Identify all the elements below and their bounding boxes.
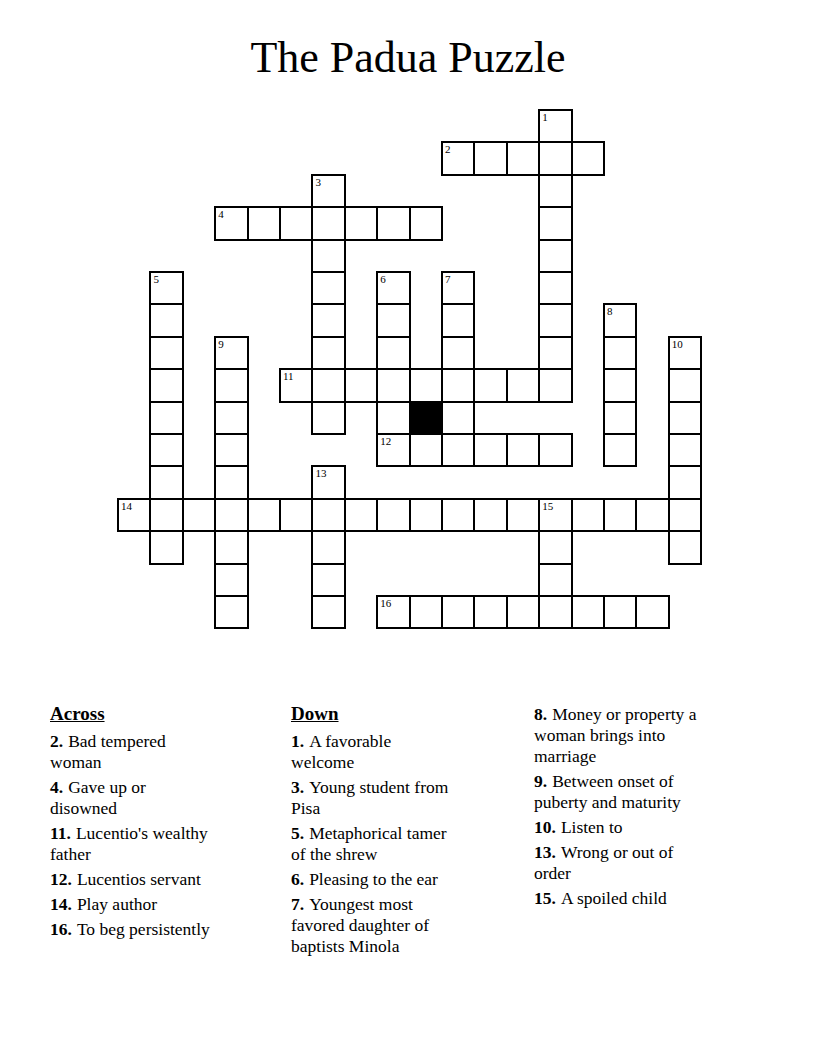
grid-cell-r6c15[interactable]: 8 [603,303,637,337]
grid-cell-r12c11[interactable] [473,498,507,532]
grid-cell-r8c3[interactable] [214,368,248,402]
grid-cell-r1c13[interactable] [538,141,572,175]
grid-cell-r8c5[interactable]: 11 [279,368,313,402]
clue-7-down: 7.Youngest most favored daughter of bapt… [291,894,523,957]
grid-cell-r12c9[interactable] [409,498,443,532]
grid-cell-r5c10[interactable]: 7 [441,271,475,305]
clue-6-down: 6.Pleasing to the ear [291,869,523,890]
down-clues-column-1: Down 1.A favorable welcome3.Young studen… [291,702,523,961]
clue-text: Money or property a woman brings into ma… [534,704,696,766]
clue-number: 1. [291,731,304,751]
clue-number: 14. [50,894,72,914]
grid-cell-r10c8[interactable]: 12 [376,433,410,467]
grid-cell-r3c3[interactable]: 4 [214,206,248,240]
grid-cell-r3c5[interactable] [279,206,313,240]
grid-cell-r8c15[interactable] [603,368,637,402]
clue-13-down: 13.Wrong or out of order [534,842,772,884]
grid-cell-r15c9[interactable] [409,595,443,629]
grid-cell-r7c15[interactable] [603,336,637,370]
clue-16-across: 16.To beg persistently [50,919,278,940]
grid-cell-r5c1[interactable]: 5 [149,271,183,305]
clue-number: 5. [291,823,304,843]
grid-cell-r10c17[interactable] [668,433,702,467]
clue-text: Lucentio's wealthy father [50,823,208,864]
clue-number: 4. [50,777,63,797]
grid-cell-r8c12[interactable] [506,368,540,402]
grid-cell-r8c1[interactable] [149,368,183,402]
grid-cell-r12c5[interactable] [279,498,313,532]
grid-cell-r15c12[interactable] [506,595,540,629]
clue-text: Between onset of puberty and maturity [534,771,681,812]
grid-cell-r7c3[interactable]: 9 [214,336,248,370]
grid-cell-r11c3[interactable] [214,465,248,499]
grid-cell-r9c17[interactable] [668,401,702,435]
grid-cell-r1c10[interactable]: 2 [441,141,475,175]
grid-cell-r3c8[interactable] [376,206,410,240]
grid-cell-r7c6[interactable] [311,336,345,370]
grid-cell-r5c6[interactable] [311,271,345,305]
grid-cell-r14c6[interactable] [311,563,345,597]
grid-cell-r9c6[interactable] [311,401,345,435]
cell-number: 10 [672,338,683,351]
clue-text: Youngest most favored daughter of baptis… [291,894,429,956]
grid-cell-r3c13[interactable] [538,206,572,240]
grid-cell-r10c9[interactable] [409,433,443,467]
grid-cell-r6c6[interactable] [311,303,345,337]
grid-cell-r3c4[interactable] [247,206,281,240]
grid-cell-r7c8[interactable] [376,336,410,370]
grid-cell-r15c3[interactable] [214,595,248,629]
clue-12-across: 12.Lucentios servant [50,869,278,890]
grid-cell-r0c13[interactable]: 1 [538,109,572,143]
cell-number: 6 [380,273,386,286]
clue-1-down: 1.A favorable welcome [291,731,523,773]
grid-cell-r8c11[interactable] [473,368,507,402]
grid-cell-r15c10[interactable] [441,595,475,629]
clue-text: Lucentios servant [77,869,201,889]
grid-cell-r2c6[interactable]: 3 [311,174,345,208]
clue-number: 7. [291,894,304,914]
cell-number: 13 [315,467,326,480]
grid-cell-r13c3[interactable] [214,530,248,564]
clue-number: 3. [291,777,304,797]
cell-number: 14 [121,500,132,513]
clue-number: 10. [534,817,556,837]
grid-cell-r1c14[interactable] [571,141,605,175]
grid-cell-r10c3[interactable] [214,433,248,467]
grid-cell-r8c9[interactable] [409,368,443,402]
grid-cell-r13c13[interactable] [538,530,572,564]
cell-number: 9 [218,338,224,351]
grid-cell-r9c1[interactable] [149,401,183,435]
clue-text: To beg persistently [77,919,210,939]
grid-cell-r10c12[interactable] [506,433,540,467]
grid-cell-r12c8[interactable] [376,498,410,532]
grid-cell-r5c13[interactable] [538,271,572,305]
clue-text: Listen to [561,817,623,837]
clue-11-across: 11.Lucentio's wealthy father [50,823,278,865]
grid-cell-r4c13[interactable] [538,239,572,273]
clue-text: Gave up or disowned [50,777,146,818]
grid-cell-r11c6[interactable]: 13 [311,465,345,499]
grid-cell-r8c6[interactable] [311,368,345,402]
grid-cell-r12c4[interactable] [247,498,281,532]
crossword-worksheet-page: The Padua Puzzle 12345678910111213141516… [0,0,816,1056]
grid-cell-r15c16[interactable] [635,595,669,629]
across-header: Across [50,702,278,725]
clue-text: Bad tempered woman [50,731,166,772]
clue-text: Play author [77,894,157,914]
grid-cell-r12c0[interactable]: 14 [117,498,151,532]
grid-cell-r6c1[interactable] [149,303,183,337]
grid-cell-r12c12[interactable] [506,498,540,532]
down-clue-list-2: 8.Money or property a woman brings into … [534,704,772,909]
clue-text: Pleasing to the ear [309,869,438,889]
clue-number: 12. [50,869,72,889]
cell-number: 3 [315,176,321,189]
grid-cell-r10c15[interactable] [603,433,637,467]
grid-cell-r6c10[interactable] [441,303,475,337]
grid-cell-r4c6[interactable] [311,239,345,273]
grid-cell-r3c9[interactable] [409,206,443,240]
grid-cell-r1c11[interactable] [473,141,507,175]
clue-5-down: 5.Metaphorical tamer of the shrew [291,823,523,865]
grid-cell-r12c10[interactable] [441,498,475,532]
grid-cell-r12c1[interactable] [149,498,183,532]
grid-cell-r9c10[interactable] [441,401,475,435]
grid-cell-r15c8[interactable]: 16 [376,595,410,629]
puzzle-title: The Padua Puzzle [0,34,816,82]
clue-number: 9. [534,771,547,791]
clue-number: 8. [534,704,547,724]
down-clues-column-2: 8.Money or property a woman brings into … [534,702,772,913]
clue-8-down: 8.Money or property a woman brings into … [534,704,772,767]
across-clues-column: Across 2.Bad tempered woman4.Gave up or … [50,702,278,944]
cell-number: 5 [153,273,159,286]
clue-2-across: 2.Bad tempered woman [50,731,278,773]
crossword-grid: 12345678910111213141516 [118,110,703,631]
grid-cell-r10c13[interactable] [538,433,572,467]
grid-cell-r11c1[interactable] [149,465,183,499]
cell-number: 1 [542,111,548,124]
grid-cell-r3c6[interactable] [311,206,345,240]
cell-number: 12 [380,435,391,448]
clue-3-down: 3.Young student from Pisa [291,777,523,819]
grid-cell-r12c13[interactable]: 15 [538,498,572,532]
grid-cell-r9c15[interactable] [603,401,637,435]
across-clue-list: 2.Bad tempered woman4.Gave up or disowne… [50,731,278,940]
grid-cell-r10c10[interactable] [441,433,475,467]
grid-cell-r7c13[interactable] [538,336,572,370]
grid-cell-r10c11[interactable] [473,433,507,467]
grid-cell-r12c15[interactable] [603,498,637,532]
clue-text: Metaphorical tamer of the shrew [291,823,447,864]
clue-number: 11. [50,823,71,843]
grid-cell-r8c8[interactable] [376,368,410,402]
grid-cell-r7c17[interactable]: 10 [668,336,702,370]
clue-number: 6. [291,869,304,889]
grid-cell-r14c3[interactable] [214,563,248,597]
clue-number: 15. [534,888,556,908]
grid-cell-r12c7[interactable] [344,498,378,532]
grid-cell-r8c13[interactable] [538,368,572,402]
cell-number: 8 [607,305,613,318]
cell-number: 15 [542,500,553,513]
grid-cell-r14c13[interactable] [538,563,572,597]
clue-text: A spoiled child [561,888,667,908]
cell-number: 7 [445,273,451,286]
grid-cell-r10c1[interactable] [149,433,183,467]
grid-cell-r15c14[interactable] [571,595,605,629]
clue-number: 16. [50,919,72,939]
grid-cell-r2c13[interactable] [538,174,572,208]
clue-9-down: 9.Between onset of puberty and maturity [534,771,772,813]
cell-number: 2 [445,143,451,156]
grid-cell-r13c6[interactable] [311,530,345,564]
black-cell [409,401,443,435]
grid-cell-r9c3[interactable] [214,401,248,435]
clue-number: 2. [50,731,63,751]
grid-cell-r11c17[interactable] [668,465,702,499]
grid-cell-r12c6[interactable] [311,498,345,532]
grid-cell-r15c11[interactable] [473,595,507,629]
grid-cell-r6c8[interactable] [376,303,410,337]
grid-cell-r12c14[interactable] [571,498,605,532]
grid-cell-r7c10[interactable] [441,336,475,370]
grid-cell-r3c7[interactable] [344,206,378,240]
grid-cell-r13c17[interactable] [668,530,702,564]
down-header: Down [291,702,523,725]
grid-cell-r8c17[interactable] [668,368,702,402]
cell-number: 16 [380,597,391,610]
grid-cell-r15c6[interactable] [311,595,345,629]
clue-number: 13. [534,842,556,862]
clue-14-across: 14.Play author [50,894,278,915]
grid-cell-r15c13[interactable] [538,595,572,629]
clue-4-across: 4.Gave up or disowned [50,777,278,819]
cell-number: 11 [283,370,294,383]
clue-text: A favorable welcome [291,731,391,772]
grid-cell-r12c16[interactable] [635,498,669,532]
grid-cell-r6c13[interactable] [538,303,572,337]
grid-cell-r15c15[interactable] [603,595,637,629]
grid-cell-r9c8[interactable] [376,401,410,435]
grid-cell-r13c1[interactable] [149,530,183,564]
grid-cell-r12c2[interactable] [182,498,216,532]
clue-15-down: 15.A spoiled child [534,888,772,909]
grid-cell-r12c3[interactable] [214,498,248,532]
grid-cell-r8c10[interactable] [441,368,475,402]
down-clue-list-1: 1.A favorable welcome3.Young student fro… [291,731,523,957]
grid-cell-r1c12[interactable] [506,141,540,175]
cell-number: 4 [218,208,224,221]
grid-cell-r7c1[interactable] [149,336,183,370]
grid-cell-r5c8[interactable]: 6 [376,271,410,305]
clue-text: Young student from Pisa [291,777,448,818]
grid-cell-r8c7[interactable] [344,368,378,402]
clue-10-down: 10.Listen to [534,817,772,838]
grid-cell-r12c17[interactable] [668,498,702,532]
